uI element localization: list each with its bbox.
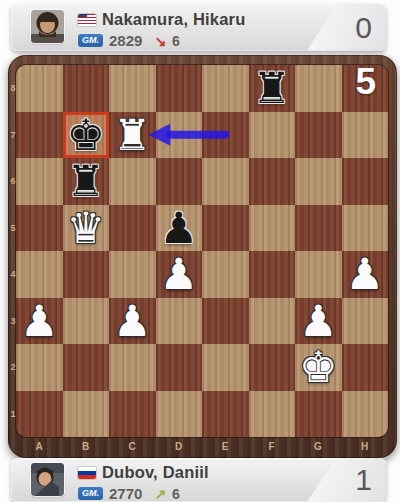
- square-h3[interactable]: [342, 298, 389, 345]
- square-f2[interactable]: [249, 344, 296, 391]
- file-label-c: C: [109, 441, 156, 452]
- player-rating: 2770: [109, 485, 142, 502]
- player-name: Nakamura, Hikaru: [102, 10, 246, 29]
- square-f7[interactable]: [249, 112, 296, 159]
- square-b2[interactable]: [63, 344, 110, 391]
- square-a6[interactable]: [16, 158, 63, 205]
- square-g5[interactable]: [295, 205, 342, 252]
- square-h2[interactable]: [342, 344, 389, 391]
- square-h1[interactable]: [342, 391, 389, 438]
- rating-trend-up-icon: ↗: [154, 486, 166, 502]
- board-corner-number: 5: [355, 65, 376, 103]
- square-a7[interactable]: [16, 112, 63, 159]
- white-pawn-g3[interactable]: ♟: [295, 298, 342, 345]
- square-a8[interactable]: [16, 65, 63, 112]
- square-e8[interactable]: [202, 65, 249, 112]
- player-name: Dubov, Daniil: [102, 463, 209, 482]
- rank-label-1: 1: [10, 409, 16, 419]
- square-g7[interactable]: [295, 112, 342, 159]
- rating-trend-down-icon: ↘: [154, 33, 166, 49]
- square-d2[interactable]: [156, 344, 203, 391]
- square-e7[interactable]: [202, 112, 249, 159]
- square-g6[interactable]: [295, 158, 342, 205]
- square-b1[interactable]: [63, 391, 110, 438]
- square-h6[interactable]: [342, 158, 389, 205]
- square-d7[interactable]: [156, 112, 203, 159]
- square-d8[interactable]: [156, 65, 203, 112]
- white-pawn-d4[interactable]: ♟: [156, 251, 203, 298]
- square-f3[interactable]: [249, 298, 296, 345]
- chess-board: ♜♚♜♜♛♟♟♟♟♟♟♚ 5: [16, 65, 388, 437]
- rating-trend-value: 6: [172, 33, 180, 49]
- file-label-a: A: [16, 441, 63, 452]
- file-label-g: G: [295, 441, 342, 452]
- square-b3[interactable]: [63, 298, 110, 345]
- square-g4[interactable]: [295, 251, 342, 298]
- square-f4[interactable]: [249, 251, 296, 298]
- square-c5[interactable]: [109, 205, 156, 252]
- match-score-white: 1: [355, 463, 372, 497]
- black-rook-b6[interactable]: ♜: [63, 158, 110, 205]
- square-a4[interactable]: [16, 251, 63, 298]
- player-rating: 2829: [109, 32, 142, 49]
- square-e3[interactable]: [202, 298, 249, 345]
- title-badge: GM.: [78, 487, 103, 500]
- rank-label-7: 7: [10, 130, 16, 140]
- player-avatar: [31, 10, 64, 43]
- rank-label-2: 2: [10, 362, 16, 372]
- square-a2[interactable]: [16, 344, 63, 391]
- file-label-h: H: [342, 441, 389, 452]
- player-bar-black[interactable]: Nakamura, Hikaru GM. 2829 ↘ 6 0: [11, 4, 386, 51]
- square-e5[interactable]: [202, 205, 249, 252]
- rank-label-6: 6: [10, 176, 16, 186]
- file-label-d: D: [156, 441, 203, 452]
- square-c1[interactable]: [109, 391, 156, 438]
- square-d1[interactable]: [156, 391, 203, 438]
- square-e6[interactable]: [202, 158, 249, 205]
- square-b8[interactable]: [63, 65, 110, 112]
- file-label-b: B: [63, 441, 110, 452]
- square-a1[interactable]: [16, 391, 63, 438]
- us-flag-icon: [78, 14, 96, 26]
- square-f6[interactable]: [249, 158, 296, 205]
- ru-flag-icon: [78, 467, 96, 479]
- file-label-f: F: [249, 441, 296, 452]
- white-rook-c7[interactable]: ♜: [109, 112, 156, 159]
- square-h5[interactable]: [342, 205, 389, 252]
- square-f5[interactable]: [249, 205, 296, 252]
- square-b4[interactable]: [63, 251, 110, 298]
- square-c4[interactable]: [109, 251, 156, 298]
- square-e1[interactable]: [202, 391, 249, 438]
- title-badge: GM.: [78, 34, 103, 47]
- white-pawn-a3[interactable]: ♟: [16, 298, 63, 345]
- square-c6[interactable]: [109, 158, 156, 205]
- square-c2[interactable]: [109, 344, 156, 391]
- file-label-e: E: [202, 441, 249, 452]
- square-g1[interactable]: [295, 391, 342, 438]
- rating-trend-value: 6: [172, 486, 180, 502]
- white-queen-b5[interactable]: ♛: [63, 205, 110, 252]
- black-pawn-d5[interactable]: ♟: [156, 205, 203, 252]
- square-d6[interactable]: [156, 158, 203, 205]
- square-a5[interactable]: [16, 205, 63, 252]
- square-e4[interactable]: [202, 251, 249, 298]
- black-rook-f8[interactable]: ♜: [249, 65, 296, 112]
- square-g8[interactable]: [295, 65, 342, 112]
- broadcast-panel: Nakamura, Hikaru GM. 2829 ↘ 6 0 ♜♚♜♜♛♟♟♟…: [0, 0, 400, 502]
- square-f1[interactable]: [249, 391, 296, 438]
- rank-label-4: 4: [10, 269, 16, 279]
- player-bar-white[interactable]: Dubov, Daniil GM. 2770 ↗ 6 1: [11, 458, 386, 502]
- player-avatar: [31, 463, 64, 496]
- rank-label-3: 3: [10, 316, 16, 326]
- square-e2[interactable]: [202, 344, 249, 391]
- white-pawn-c3[interactable]: ♟: [109, 298, 156, 345]
- rank-label-5: 5: [10, 223, 16, 233]
- square-c8[interactable]: [109, 65, 156, 112]
- white-pawn-h4[interactable]: ♟: [342, 251, 389, 298]
- rank-label-8: 8: [10, 83, 16, 93]
- square-d3[interactable]: [156, 298, 203, 345]
- chess-board-frame: ♜♚♜♜♛♟♟♟♟♟♟♚ 5 87654321 ABCDEFGH: [8, 55, 397, 458]
- white-king-g2[interactable]: ♚: [295, 344, 342, 391]
- square-h7[interactable]: [342, 112, 389, 159]
- black-king-b7[interactable]: ♚: [63, 112, 110, 159]
- match-score-black: 0: [355, 11, 372, 45]
